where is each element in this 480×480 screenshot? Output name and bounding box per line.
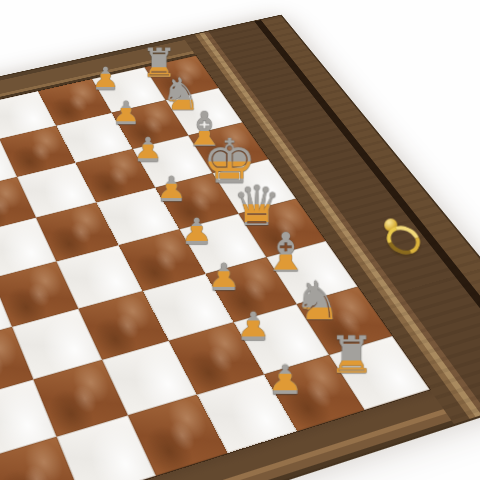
drawer-pull-ring[interactable]: [376, 217, 420, 263]
board-square[interactable]: [0, 261, 78, 326]
piece-pawn[interactable]: [248, 360, 322, 401]
piece-pawn[interactable]: [117, 133, 178, 166]
piece-pawn[interactable]: [218, 307, 289, 346]
piece-pawn[interactable]: [164, 214, 230, 250]
piece-knight[interactable]: [282, 274, 352, 327]
piece-pawn[interactable]: [77, 63, 134, 94]
piece-pawn[interactable]: [96, 97, 155, 129]
board-assembly: [0, 15, 480, 480]
chess-set-photo: [0, 0, 480, 480]
piece-pawn[interactable]: [190, 259, 259, 296]
wooden-board-box: [0, 15, 480, 480]
piece-rook[interactable]: [315, 329, 388, 380]
piece-pawn[interactable]: [140, 172, 204, 207]
